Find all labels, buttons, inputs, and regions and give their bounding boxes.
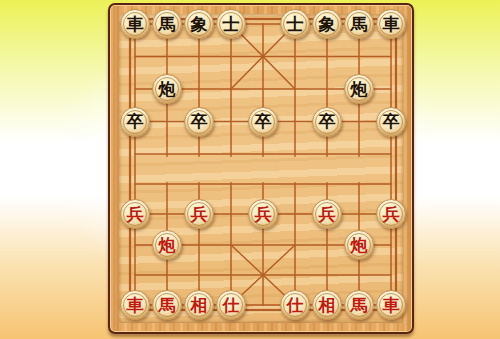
piece-red-elephant[interactable]: 相	[312, 290, 342, 320]
piece-black-soldier[interactable]: 卒	[248, 107, 278, 137]
piece-black-soldier[interactable]: 卒	[312, 107, 342, 137]
piece-red-horse[interactable]: 馬	[152, 290, 182, 320]
piece-black-soldier[interactable]: 卒	[184, 107, 214, 137]
piece-red-soldier[interactable]: 兵	[120, 199, 150, 229]
piece-red-soldier[interactable]: 兵	[248, 199, 278, 229]
piece-black-cannon[interactable]: 炮	[152, 74, 182, 104]
piece-black-soldier[interactable]: 卒	[376, 107, 406, 137]
piece-red-horse[interactable]: 馬	[344, 290, 374, 320]
piece-black-elephant[interactable]: 象	[184, 9, 214, 39]
app-background: 車馬象士士象馬車炮炮卒卒卒卒卒兵兵兵兵兵炮炮車馬相仕仕相馬車	[0, 0, 500, 339]
piece-black-advisor[interactable]: 士	[280, 9, 310, 39]
piece-black-chariot[interactable]: 車	[376, 9, 406, 39]
piece-red-cannon[interactable]: 炮	[152, 230, 182, 260]
piece-red-advisor[interactable]: 仕	[216, 290, 246, 320]
piece-black-chariot[interactable]: 車	[120, 9, 150, 39]
piece-black-advisor[interactable]: 士	[216, 9, 246, 39]
piece-black-horse[interactable]: 馬	[152, 9, 182, 39]
piece-red-chariot[interactable]: 車	[376, 290, 406, 320]
piece-red-chariot[interactable]: 車	[120, 290, 150, 320]
piece-red-cannon[interactable]: 炮	[344, 230, 374, 260]
piece-black-horse[interactable]: 馬	[344, 9, 374, 39]
piece-red-soldier[interactable]: 兵	[376, 199, 406, 229]
piece-black-soldier[interactable]: 卒	[120, 107, 150, 137]
board-grid	[110, 5, 416, 336]
piece-red-elephant[interactable]: 相	[184, 290, 214, 320]
piece-red-soldier[interactable]: 兵	[312, 199, 342, 229]
xiangqi-board[interactable]: 車馬象士士象馬車炮炮卒卒卒卒卒兵兵兵兵兵炮炮車馬相仕仕相馬車	[108, 3, 414, 334]
piece-red-soldier[interactable]: 兵	[184, 199, 214, 229]
piece-black-elephant[interactable]: 象	[312, 9, 342, 39]
piece-red-advisor[interactable]: 仕	[280, 290, 310, 320]
piece-black-cannon[interactable]: 炮	[344, 74, 374, 104]
